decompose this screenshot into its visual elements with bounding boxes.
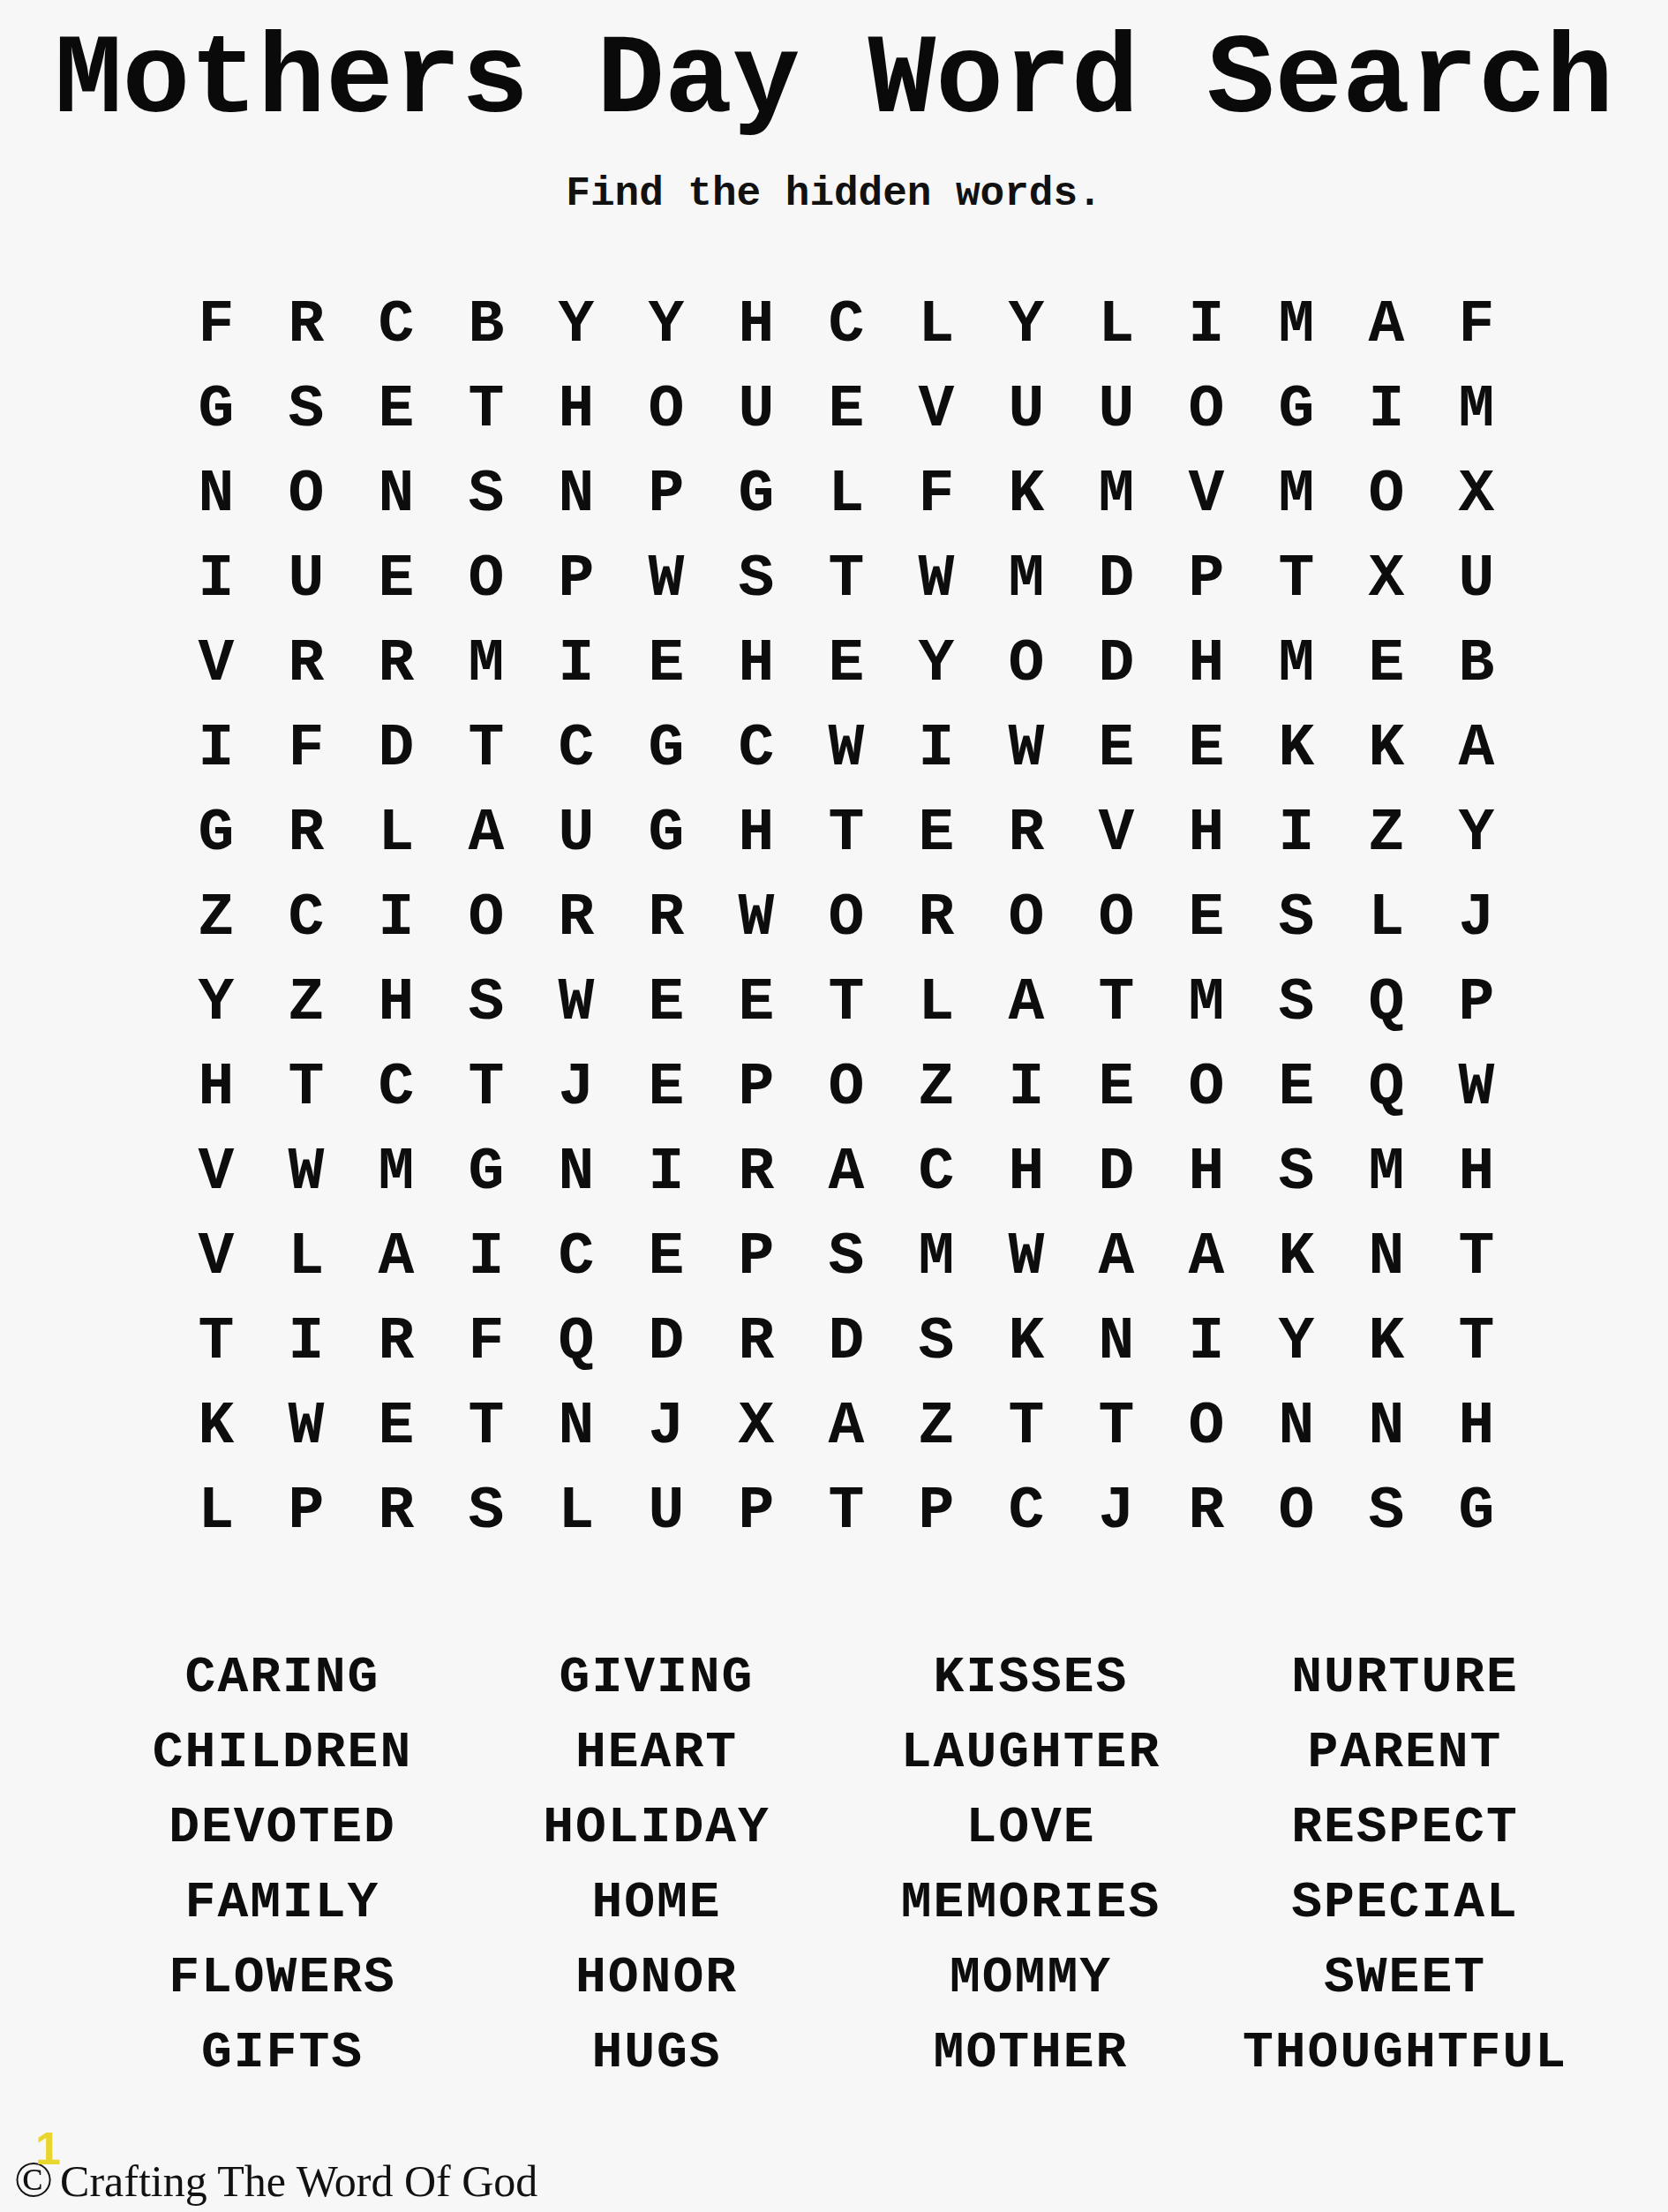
word-list-item: THOUGHTFUL (1218, 2015, 1592, 2090)
grid-cell: Z (261, 960, 351, 1045)
grid-cell: I (1161, 1299, 1251, 1384)
grid-cell: F (171, 282, 261, 367)
grid-cell: G (171, 791, 261, 876)
grid-cell: C (531, 706, 621, 791)
word-list-item: HEART (470, 1715, 844, 1790)
grid-cell: J (1071, 1469, 1161, 1554)
grid-cell: U (261, 537, 351, 621)
grid-cell: U (1071, 367, 1161, 452)
grid-cell: N (1341, 1215, 1431, 1299)
grid-cell: H (1431, 1130, 1521, 1215)
grid-cell: E (801, 367, 891, 452)
grid-cell: S (261, 367, 351, 452)
grid-cell: W (801, 706, 891, 791)
word-list-item: MOMMY (844, 1940, 1218, 2015)
grid-cell: A (441, 791, 531, 876)
grid-cell: N (531, 452, 621, 537)
grid-cell: M (1341, 1130, 1431, 1215)
word-list-item: LAUGHTER (844, 1715, 1218, 1790)
word-list-item: MOTHER (844, 2015, 1218, 2090)
grid-cell: W (261, 1384, 351, 1469)
grid-cell: O (441, 876, 531, 960)
grid-cell: A (801, 1130, 891, 1215)
grid-cell: M (351, 1130, 441, 1215)
grid-cell: S (801, 1215, 891, 1299)
grid-cell: A (351, 1215, 441, 1299)
word-list-item: HOLIDAY (470, 1790, 844, 1865)
grid-cell: O (1161, 1384, 1251, 1469)
grid-cell: E (621, 960, 711, 1045)
grid-cell: Z (891, 1045, 981, 1130)
grid-cell: Q (1341, 1045, 1431, 1130)
grid-cell: R (531, 876, 621, 960)
grid-cell: N (171, 452, 261, 537)
grid-cell: O (1071, 876, 1161, 960)
grid-cell: G (621, 706, 711, 791)
grid-cell: V (1161, 452, 1251, 537)
grid-cell: Q (531, 1299, 621, 1384)
grid-cell: K (171, 1384, 261, 1469)
grid-cell: T (441, 1045, 531, 1130)
grid-cell: V (171, 1215, 261, 1299)
grid-cell: S (1341, 1469, 1431, 1554)
grid-cell: E (1161, 706, 1251, 791)
grid-cell: R (981, 791, 1071, 876)
grid-cell: S (891, 1299, 981, 1384)
grid-cell: V (171, 621, 261, 706)
grid-cell: K (1341, 706, 1431, 791)
word-list-item: DEVOTED (95, 1790, 470, 1865)
grid-cell: N (1071, 1299, 1161, 1384)
grid-cell: D (621, 1299, 711, 1384)
word-list-item: FLOWERS (95, 1940, 470, 2015)
grid-cell: N (531, 1384, 621, 1469)
grid-cell: T (441, 1384, 531, 1469)
grid-cell: Z (171, 876, 261, 960)
grid-cell: N (351, 452, 441, 537)
grid-cell: O (261, 452, 351, 537)
grid-cell: R (351, 1469, 441, 1554)
grid-cell: O (981, 621, 1071, 706)
grid-cell: U (621, 1469, 711, 1554)
grid-cell: C (711, 706, 801, 791)
grid-cell: O (1161, 1045, 1251, 1130)
grid-cell: T (801, 537, 891, 621)
grid-cell: S (1251, 1130, 1341, 1215)
grid-cell: R (621, 876, 711, 960)
grid-cell: F (891, 452, 981, 537)
grid-cell: B (1431, 621, 1521, 706)
grid-cell: O (801, 1045, 891, 1130)
grid-cell: I (441, 1215, 531, 1299)
grid-cell: O (441, 537, 531, 621)
grid-cell: Z (1341, 791, 1431, 876)
grid-cell: J (1431, 876, 1521, 960)
grid-cell: E (801, 621, 891, 706)
grid-cell: G (711, 452, 801, 537)
grid-cell: T (1071, 960, 1161, 1045)
grid-cell: R (261, 791, 351, 876)
grid-cell: K (1251, 1215, 1341, 1299)
grid-cell: T (801, 791, 891, 876)
grid-cell: A (1161, 1215, 1251, 1299)
grid-cell: T (441, 706, 531, 791)
grid-cell: P (1161, 537, 1251, 621)
word-list-item: MEMORIES (844, 1865, 1218, 1940)
grid-cell: T (801, 1469, 891, 1554)
grid-cell: L (891, 960, 981, 1045)
grid-cell: O (621, 367, 711, 452)
word-list-item: LOVE (844, 1790, 1218, 1865)
grid-cell: R (711, 1299, 801, 1384)
word-list-item: NURTURE (1218, 1640, 1592, 1715)
grid-cell: L (1071, 282, 1161, 367)
grid-cell: S (441, 960, 531, 1045)
grid-cell: C (261, 876, 351, 960)
grid-cell: Q (1341, 960, 1431, 1045)
grid-cell: M (1251, 621, 1341, 706)
grid-cell: I (171, 706, 261, 791)
grid-cell: K (1251, 706, 1341, 791)
grid-cell: G (171, 367, 261, 452)
grid-cell: P (891, 1469, 981, 1554)
grid-cell: E (621, 1045, 711, 1130)
grid-cell: C (351, 282, 441, 367)
grid-cell: W (621, 537, 711, 621)
grid-cell: A (981, 960, 1071, 1045)
grid-cell: R (1161, 1469, 1251, 1554)
grid-cell: T (261, 1045, 351, 1130)
grid-cell: T (441, 367, 531, 452)
grid-cell: P (711, 1469, 801, 1554)
grid-cell: X (1431, 452, 1521, 537)
word-list-item: HUGS (470, 2015, 844, 2090)
grid-cell: H (1161, 791, 1251, 876)
grid-cell: Y (891, 621, 981, 706)
grid-cell: R (711, 1130, 801, 1215)
grid-cell: J (531, 1045, 621, 1130)
grid-cell: I (1251, 791, 1341, 876)
grid-cell: W (531, 960, 621, 1045)
grid-cell: E (1071, 1045, 1161, 1130)
grid-cell: Y (1431, 791, 1521, 876)
word-list-item: KISSES (844, 1640, 1218, 1715)
grid-cell: L (891, 282, 981, 367)
grid-cell: F (441, 1299, 531, 1384)
grid-cell: R (351, 621, 441, 706)
grid-cell: N (1251, 1384, 1341, 1469)
grid-cell: G (1431, 1469, 1521, 1554)
grid-cell: M (441, 621, 531, 706)
word-list-item: SWEET (1218, 1940, 1592, 2015)
grid-cell: E (1251, 1045, 1341, 1130)
grid-cell: E (621, 1215, 711, 1299)
grid-cell: T (1251, 537, 1341, 621)
grid-cell: W (981, 706, 1071, 791)
grid-cell: O (1341, 452, 1431, 537)
grid-cell: Y (981, 282, 1071, 367)
word-list-item: HONOR (470, 1940, 844, 2015)
grid-cell: O (1161, 367, 1251, 452)
grid-cell: C (801, 282, 891, 367)
word-list-item: PARENT (1218, 1715, 1592, 1790)
grid-cell: M (981, 537, 1071, 621)
grid-cell: H (171, 1045, 261, 1130)
grid-cell: G (441, 1130, 531, 1215)
grid-cell: P (711, 1215, 801, 1299)
grid-cell: R (891, 876, 981, 960)
grid-cell: P (1431, 960, 1521, 1045)
grid-cell: U (711, 367, 801, 452)
grid-cell: U (531, 791, 621, 876)
grid-cell: I (261, 1299, 351, 1384)
word-list-item: SPECIAL (1218, 1865, 1592, 1940)
grid-cell: S (1251, 876, 1341, 960)
grid-cell: G (621, 791, 711, 876)
word-list-item: HOME (470, 1865, 844, 1940)
grid-cell: H (1161, 621, 1251, 706)
grid-cell: D (801, 1299, 891, 1384)
grid-cell: M (1251, 452, 1341, 537)
grid-cell: I (531, 621, 621, 706)
grid-cell: A (1431, 706, 1521, 791)
grid-cell: C (531, 1215, 621, 1299)
grid-cell: M (1431, 367, 1521, 452)
grid-cell: G (1251, 367, 1341, 452)
grid-cell: E (891, 791, 981, 876)
grid-cell: J (621, 1384, 711, 1469)
grid-cell: W (261, 1130, 351, 1215)
grid-cell: E (711, 960, 801, 1045)
grid-cell: V (1071, 791, 1161, 876)
grid-cell: C (981, 1469, 1071, 1554)
grid-cell: V (171, 1130, 261, 1215)
grid-cell: Z (891, 1384, 981, 1469)
grid-cell: H (1431, 1384, 1521, 1469)
grid-cell: N (1341, 1384, 1431, 1469)
grid-cell: I (981, 1045, 1071, 1130)
grid-cell: I (1161, 282, 1251, 367)
grid-cell: W (891, 537, 981, 621)
grid-cell: T (981, 1384, 1071, 1469)
grid-cell: E (351, 537, 441, 621)
word-list-item: GIFTS (95, 2015, 470, 2090)
grid-cell: W (1431, 1045, 1521, 1130)
grid-cell: S (1251, 960, 1341, 1045)
grid-cell: P (711, 1045, 801, 1130)
grid-cell: N (531, 1130, 621, 1215)
grid-cell: I (891, 706, 981, 791)
grid-cell: I (171, 537, 261, 621)
grid-cell: A (1071, 1215, 1161, 1299)
grid-cell: H (981, 1130, 1071, 1215)
grid-cell: S (711, 537, 801, 621)
grid-cell: L (261, 1215, 351, 1299)
grid-cell: L (1341, 876, 1431, 960)
word-list-item: RESPECT (1218, 1790, 1592, 1865)
page-number: 1 (35, 2125, 61, 2171)
grid-cell: T (1071, 1384, 1161, 1469)
word-list: CARINGGIVINGKISSESNURTURECHILDRENHEARTLA… (95, 1640, 1592, 2092)
grid-cell: Y (621, 282, 711, 367)
grid-cell: E (1341, 621, 1431, 706)
grid-cell: R (261, 282, 351, 367)
grid-cell: L (351, 791, 441, 876)
grid-cell: L (531, 1469, 621, 1554)
grid-cell: E (1071, 706, 1161, 791)
grid-cell: H (351, 960, 441, 1045)
grid-cell: C (351, 1045, 441, 1130)
credit-text: Crafting The Word Of God (60, 2156, 537, 2206)
grid-cell: D (351, 706, 441, 791)
grid-cell: X (1341, 537, 1431, 621)
grid-cell: T (801, 960, 891, 1045)
grid-cell: H (711, 282, 801, 367)
grid-cell: L (801, 452, 891, 537)
grid-cell: A (801, 1384, 891, 1469)
grid-cell: T (171, 1299, 261, 1384)
grid-cell: Y (171, 960, 261, 1045)
grid-cell: D (1071, 537, 1161, 621)
grid-cell: O (981, 876, 1071, 960)
grid-cell: W (711, 876, 801, 960)
grid-cell: O (1251, 1469, 1341, 1554)
grid-cell: S (441, 1469, 531, 1554)
copyright-credit: ©Crafting The Word Of God (14, 2152, 537, 2208)
grid-cell: M (1251, 282, 1341, 367)
worksheet-page: Mothers Day Word Search Find the hidden … (0, 0, 1668, 2212)
grid-cell: K (981, 1299, 1071, 1384)
subtitle: Find the hidden words. (0, 169, 1668, 219)
grid-cell: I (621, 1130, 711, 1215)
grid-cell: O (801, 876, 891, 960)
grid-cell: E (1161, 876, 1251, 960)
grid-cell: H (531, 367, 621, 452)
grid-cell: H (1161, 1130, 1251, 1215)
grid-cell: W (981, 1215, 1071, 1299)
grid-cell: H (711, 791, 801, 876)
grid-cell: I (1341, 367, 1431, 452)
grid-cell: Y (1251, 1299, 1341, 1384)
grid-cell: L (171, 1469, 261, 1554)
grid-cell: P (261, 1469, 351, 1554)
grid-cell: X (711, 1384, 801, 1469)
grid-cell: U (1431, 537, 1521, 621)
grid-cell: M (1161, 960, 1251, 1045)
word-list-item: CHILDREN (95, 1715, 470, 1790)
grid-cell: E (351, 1384, 441, 1469)
grid-cell: A (1341, 282, 1431, 367)
grid-cell: R (351, 1299, 441, 1384)
grid-cell: U (981, 367, 1071, 452)
grid-cell: C (891, 1130, 981, 1215)
grid-cell: K (981, 452, 1071, 537)
grid-cell: S (441, 452, 531, 537)
page-title: Mothers Day Word Search (0, 19, 1668, 143)
grid-cell: R (261, 621, 351, 706)
word-list-item: FAMILY (95, 1865, 470, 1940)
grid-cell: E (351, 367, 441, 452)
grid-cell: F (261, 706, 351, 791)
grid-cell: B (441, 282, 531, 367)
grid-cell: D (1071, 1130, 1161, 1215)
grid-cell: P (621, 452, 711, 537)
grid-cell: M (1071, 452, 1161, 537)
word-list-item: GIVING (470, 1640, 844, 1715)
grid-cell: I (351, 876, 441, 960)
word-search-grid: FRCBYYHCLYLIMAFGSETHOUEVUUOGIMNONSNPGLFK… (171, 282, 1521, 1554)
grid-cell: Y (531, 282, 621, 367)
grid-cell: E (621, 621, 711, 706)
grid-cell: M (891, 1215, 981, 1299)
grid-cell: D (1071, 621, 1161, 706)
grid-cell: K (1341, 1299, 1431, 1384)
grid-cell: T (1431, 1299, 1521, 1384)
grid-cell: F (1431, 282, 1521, 367)
grid-cell: T (1431, 1215, 1521, 1299)
word-list-item: CARING (95, 1640, 470, 1715)
grid-cell: H (711, 621, 801, 706)
grid-cell: P (531, 537, 621, 621)
grid-cell: V (891, 367, 981, 452)
